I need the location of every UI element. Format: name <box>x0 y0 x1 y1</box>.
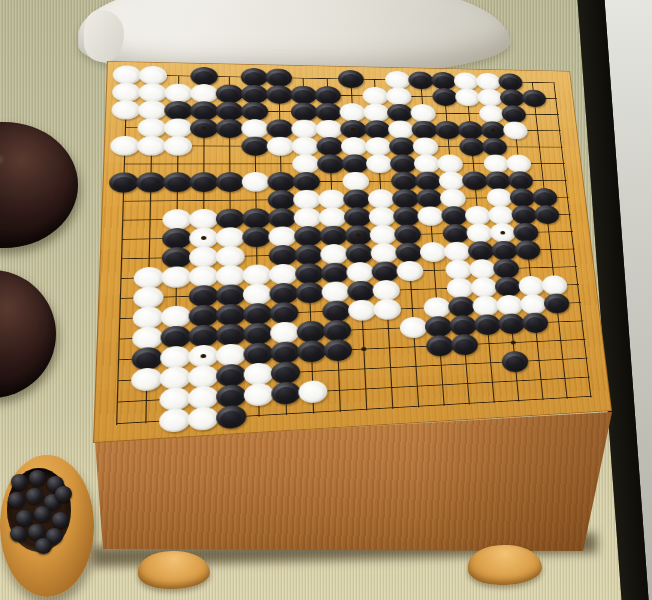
star-point <box>351 128 356 131</box>
stone-white: ● <box>362 87 388 105</box>
stone-black: ● <box>271 361 301 384</box>
stone-black: ● <box>543 293 570 314</box>
stone-black: ● <box>391 172 418 191</box>
stone-white: ● <box>419 242 447 262</box>
stone-white: ● <box>270 321 299 344</box>
stone-black: ● <box>190 101 218 120</box>
stone-white: ● <box>244 362 274 386</box>
stone-white: ● <box>291 120 318 139</box>
stone-black: ● <box>290 86 317 105</box>
stone-black: ● <box>411 121 437 139</box>
stone-black: ● <box>267 172 295 192</box>
stone-black: ● <box>295 282 324 304</box>
stone-black: ● <box>293 172 321 191</box>
stone-white: ● <box>341 137 368 156</box>
stone-black: ● <box>491 241 518 261</box>
stone-black: ● <box>347 281 375 302</box>
stone-black: ● <box>291 102 318 121</box>
stone-black: ● <box>442 224 469 244</box>
stone-black: ● <box>392 189 419 208</box>
go-board: ●●●●●●●●●●●●●●●●●●●●●●●●●●●●●●●●●●●●●●●●… <box>93 61 612 443</box>
stone-black: ● <box>216 364 246 388</box>
stone-white: ● <box>293 208 321 228</box>
stone-black: ● <box>243 303 272 325</box>
stone-white: ● <box>368 207 396 227</box>
stone-black: ● <box>467 241 494 261</box>
stone-white: ● <box>439 189 466 208</box>
stone-white: ● <box>292 154 319 173</box>
stone-black: ● <box>189 285 218 307</box>
captured-black-stone <box>34 506 51 522</box>
stone-black: ● <box>269 245 297 266</box>
stone-black: ● <box>269 283 298 305</box>
stone-white: ● <box>216 265 245 287</box>
stone-white: ● <box>453 72 479 90</box>
stone-white: ● <box>506 155 532 173</box>
stone-white: ● <box>133 306 164 329</box>
stone-black: ● <box>294 244 322 265</box>
stone-black: ● <box>499 89 525 107</box>
stone-white: ● <box>366 154 393 173</box>
stone-white: ● <box>479 105 505 123</box>
stone-white: ● <box>486 188 513 207</box>
stone-white: ● <box>160 366 191 390</box>
captured-black-stone <box>35 538 52 554</box>
stone-black: ● <box>268 190 296 210</box>
stone-black: ● <box>243 342 273 365</box>
stone-black: ● <box>241 137 269 156</box>
stone-white: ● <box>162 209 191 230</box>
stone-black: ● <box>482 138 508 156</box>
stone-white: ● <box>503 122 529 140</box>
stone-black: ● <box>394 224 422 244</box>
stone-black: ● <box>473 314 501 335</box>
stone-white: ● <box>399 317 427 339</box>
stone-black: ● <box>163 172 192 192</box>
stone-black: ● <box>241 68 268 87</box>
stone-white: ● <box>268 226 296 247</box>
stone-black: ● <box>136 172 165 192</box>
stone-white: ● <box>164 83 192 102</box>
stone-black: ● <box>343 189 370 209</box>
stone-white: ● <box>131 367 162 391</box>
stone-black: ● <box>319 226 347 246</box>
stone-white: ● <box>318 190 346 210</box>
stone-black: ● <box>459 138 485 156</box>
stone-black: ● <box>295 263 323 284</box>
stone-white: ● <box>363 103 390 121</box>
stone-black: ● <box>395 242 423 262</box>
stone-black: ● <box>314 86 341 104</box>
stone-black: ● <box>265 68 292 87</box>
stone-black: ● <box>390 154 417 173</box>
stone-black: ● <box>216 304 245 326</box>
stone-black: ● <box>511 205 538 224</box>
stone-black: ● <box>509 188 535 207</box>
stone-black: ● <box>408 71 434 89</box>
stone-white: ● <box>216 227 245 248</box>
stone-white: ● <box>188 365 218 389</box>
stone-black: ● <box>216 209 244 229</box>
stone-white: ● <box>423 297 451 318</box>
stone-black: ● <box>364 120 391 138</box>
stone-black: ● <box>216 102 243 121</box>
stone-black: ● <box>323 319 352 341</box>
stone-black: ● <box>270 302 299 324</box>
stone-white: ● <box>160 346 191 370</box>
stone-white: ● <box>472 295 500 316</box>
stone-white: ● <box>188 406 219 431</box>
stone-white: ● <box>216 343 246 366</box>
stone-black: ● <box>485 171 511 190</box>
stone-black: ● <box>216 323 246 346</box>
stone-black: ● <box>501 105 527 123</box>
stone-black: ● <box>268 208 296 228</box>
stone-black: ● <box>338 70 364 88</box>
stone-white: ● <box>488 206 515 225</box>
stone-black: ● <box>507 171 533 189</box>
stone-black: ● <box>415 172 442 191</box>
stone-white: ● <box>164 136 193 155</box>
stone-black: ● <box>162 228 191 249</box>
stone-white: ● <box>520 294 547 315</box>
stone-white: ● <box>541 275 568 295</box>
stone-black: ● <box>216 172 244 192</box>
stone-white: ● <box>412 137 439 155</box>
captured-black-stone <box>10 526 27 542</box>
stone-black: ● <box>534 205 560 224</box>
stone-black: ● <box>426 335 454 357</box>
stone-white: ● <box>417 206 444 226</box>
stone-white: ● <box>477 89 503 107</box>
stone-white: ● <box>132 326 163 349</box>
stone-black: ● <box>216 84 243 103</box>
stone-black: ● <box>297 320 326 342</box>
stone-black: ● <box>266 85 293 104</box>
stone-white: ● <box>216 246 245 267</box>
stone-white: ● <box>111 100 140 119</box>
stone-black: ● <box>216 284 245 306</box>
stone-white: ● <box>483 155 509 173</box>
stone-white: ● <box>298 380 328 404</box>
captured-black-stone <box>55 486 72 502</box>
stone-white: ● <box>464 206 491 225</box>
stone-white: ● <box>138 83 166 102</box>
stone-black: ● <box>316 137 343 156</box>
stone-white: ● <box>110 136 140 156</box>
stone-black: ● <box>216 119 244 138</box>
stone-white: ● <box>369 225 397 245</box>
stone-white: ● <box>269 264 298 285</box>
stone-white: ● <box>466 223 493 243</box>
stone-white: ● <box>496 295 524 316</box>
stone-black: ● <box>164 101 192 120</box>
stone-white: ● <box>372 280 400 301</box>
stone-black: ● <box>317 154 344 173</box>
stone-white: ● <box>161 305 191 328</box>
stone-black: ● <box>449 315 477 337</box>
stone-white: ● <box>267 137 294 156</box>
stone-black: ● <box>271 381 301 405</box>
stone-black: ● <box>431 72 457 90</box>
stone-white: ● <box>189 246 218 267</box>
stone-white: ● <box>342 172 369 191</box>
stone-black: ● <box>513 223 540 242</box>
stone-white: ● <box>243 264 272 285</box>
stone-black: ● <box>462 171 489 190</box>
stone-black: ● <box>323 339 352 362</box>
stone-black: ● <box>241 85 268 104</box>
stone-white: ● <box>189 209 218 230</box>
stone-black: ● <box>294 226 322 246</box>
stone-black: ● <box>434 121 460 139</box>
stone-white: ● <box>159 387 190 411</box>
stone-white: ● <box>321 281 349 302</box>
stone-black: ● <box>297 340 326 363</box>
stone-white: ● <box>410 104 436 122</box>
stone-white: ● <box>385 71 411 89</box>
stone-white: ● <box>112 83 141 102</box>
captured-black-stone <box>29 470 46 486</box>
stone-black: ● <box>321 262 349 283</box>
stone-white: ● <box>243 283 272 305</box>
goban-leg-left <box>138 551 210 589</box>
stone-black: ● <box>493 258 520 278</box>
stone-black: ● <box>216 405 246 430</box>
stone-white: ● <box>518 276 545 296</box>
stone-white: ● <box>161 266 191 288</box>
stone-white: ● <box>189 266 218 288</box>
stone-black: ● <box>315 103 342 122</box>
stone-black: ● <box>345 243 373 264</box>
stone-white: ● <box>339 103 366 121</box>
stone-white: ● <box>469 259 496 279</box>
stone-white: ● <box>292 137 319 156</box>
stone-black: ● <box>242 208 270 228</box>
stone-black: ● <box>450 334 478 356</box>
stone-white: ● <box>133 286 164 308</box>
stone-white: ● <box>446 278 474 299</box>
stone-black: ● <box>270 341 299 364</box>
stone-white: ● <box>164 118 192 137</box>
stone-black: ● <box>344 207 372 227</box>
stone-black: ● <box>393 207 420 227</box>
stone-white: ● <box>388 120 415 138</box>
stone-black: ● <box>371 261 399 282</box>
stone-white: ● <box>293 190 321 210</box>
stone-black: ● <box>498 313 526 334</box>
stone-white: ● <box>242 172 270 192</box>
stone-white: ● <box>320 244 348 265</box>
captured-black-stone <box>16 510 33 526</box>
stone-black: ● <box>241 102 268 121</box>
stone-white: ● <box>373 299 401 321</box>
captured-black-stone <box>26 488 43 504</box>
stone-black: ● <box>498 73 523 91</box>
stone-white: ● <box>138 100 167 119</box>
stone-black: ● <box>266 119 293 138</box>
stone-black: ● <box>132 347 163 371</box>
stone-white: ● <box>348 299 377 321</box>
captured-black-stone <box>52 512 69 528</box>
stone-white: ● <box>386 87 412 105</box>
stone-black: ● <box>494 276 521 297</box>
stone-white: ● <box>190 84 218 103</box>
stones-layer: ●●●●●●●●●●●●●●●●●●●●●●●●●●●●●●●●●●●●●●●●… <box>102 66 604 435</box>
stone-black: ● <box>441 206 468 225</box>
stone-black: ● <box>416 189 443 208</box>
stone-black: ● <box>389 137 416 155</box>
wooden-bowl-opening <box>7 468 71 552</box>
stone-black: ● <box>501 351 529 373</box>
stone-white: ● <box>370 243 398 263</box>
goban-leg-right <box>468 545 542 585</box>
stone-white: ● <box>244 383 274 407</box>
stone-white: ● <box>159 408 190 433</box>
stone-white: ● <box>134 267 164 289</box>
stone-white: ● <box>413 154 440 173</box>
stone-white: ● <box>367 189 394 208</box>
stone-black: ● <box>190 67 217 86</box>
stone-black: ● <box>341 154 368 173</box>
stone-black: ● <box>532 188 558 207</box>
stone-white: ● <box>188 385 218 409</box>
stone-white: ● <box>137 118 166 137</box>
star-point <box>500 231 505 235</box>
stone-white: ● <box>241 119 268 138</box>
stone-black: ● <box>109 172 139 192</box>
stone-white: ● <box>443 242 470 262</box>
stone-white: ● <box>139 66 167 85</box>
stone-black: ● <box>188 324 218 347</box>
stone-white: ● <box>455 88 481 106</box>
star-point <box>356 233 361 237</box>
stone-white: ● <box>346 262 374 283</box>
stone-black: ● <box>216 384 246 408</box>
stone-black: ● <box>242 227 270 248</box>
stone-white: ● <box>316 120 343 139</box>
stone-white: ● <box>445 260 473 280</box>
star-point <box>201 126 206 130</box>
go-board-photo-scene: ●●●●●●●●●●●●●●●●●●●●●●●●●●●●●●●●●●●●●●●●… <box>0 0 652 600</box>
stone-black: ● <box>243 322 272 345</box>
wooden-go-bowl <box>0 455 94 597</box>
stone-white: ● <box>476 73 502 91</box>
stone-white: ● <box>319 207 347 227</box>
stone-white: ● <box>438 172 465 191</box>
stone-white: ● <box>365 137 392 156</box>
stone-black: ● <box>457 121 483 139</box>
captured-black-stone <box>11 474 28 490</box>
stone-white: ● <box>437 155 464 173</box>
stone-black: ● <box>514 240 541 260</box>
stone-black: ● <box>189 305 219 328</box>
stone-black: ● <box>322 300 351 322</box>
stone-white: ● <box>137 136 166 156</box>
star-point <box>491 129 496 132</box>
stone-black: ● <box>387 104 413 122</box>
stone-black: ● <box>432 88 458 106</box>
stone-white: ● <box>396 261 424 282</box>
captured-black-stone <box>8 492 25 508</box>
stone-black: ● <box>190 172 218 192</box>
stone-black: ● <box>521 90 546 108</box>
stone-white: ● <box>470 277 498 298</box>
stone-black: ● <box>424 316 452 338</box>
stone-black: ● <box>521 312 549 333</box>
stone-black: ● <box>160 325 190 348</box>
stone-white: ● <box>113 65 142 84</box>
stone-black: ● <box>162 247 192 268</box>
stone-black: ● <box>448 296 476 317</box>
